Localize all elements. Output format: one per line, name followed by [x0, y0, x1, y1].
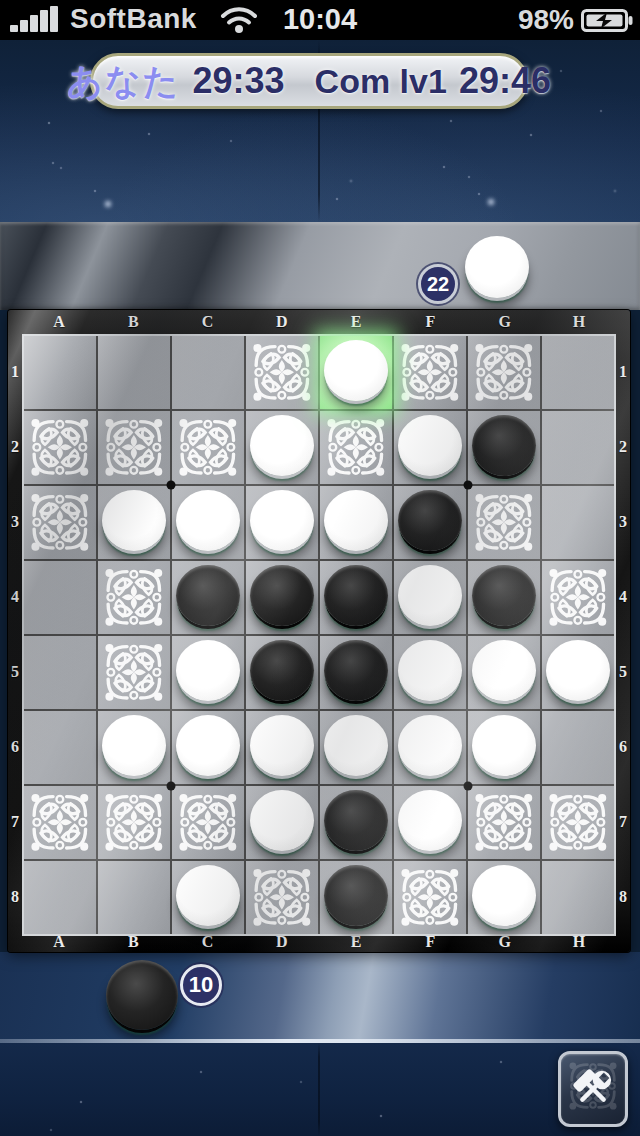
white-disc [324, 490, 388, 551]
board-cell-g2[interactable] [468, 411, 540, 484]
board-cell-h3[interactable] [542, 486, 614, 559]
white-disc [398, 640, 462, 701]
board-cell-a4[interactable] [24, 561, 96, 634]
board-cell-a5[interactable] [24, 636, 96, 709]
board-cell-a7[interactable] [24, 786, 96, 859]
board-cell-f4[interactable] [394, 561, 466, 634]
white-disc [324, 715, 388, 776]
row-label-2: 2 [616, 409, 630, 484]
board-cell-h5[interactable] [542, 636, 614, 709]
board-cell-b8[interactable] [98, 861, 170, 934]
board-cell-b6[interactable] [98, 711, 170, 784]
board-cell-f1[interactable] [394, 336, 466, 409]
board-cell-f7[interactable] [394, 786, 466, 859]
board-cell-c6[interactable] [172, 711, 244, 784]
legal-move-ornament [26, 413, 94, 482]
table-edge-top: 22 [0, 222, 640, 310]
legal-move-ornament [470, 338, 538, 407]
white-disc [176, 490, 240, 551]
white-disc [398, 790, 462, 851]
board-cell-d6[interactable] [246, 711, 318, 784]
board-cell-a8[interactable] [24, 861, 96, 934]
legal-move-ornament [248, 338, 316, 407]
opponent-clock: 29:46 [459, 60, 551, 102]
board-cell-d1[interactable] [246, 336, 318, 409]
white-disc [398, 415, 462, 476]
row-labels-right: 12345678 [616, 334, 630, 934]
row-label-2: 2 [8, 409, 22, 484]
legal-move-ornament [26, 788, 94, 857]
row-labels-left: 12345678 [8, 334, 22, 934]
white-disc [102, 490, 166, 551]
legal-move-ornament [396, 338, 464, 407]
othello-board: ABCDEFGH ABCDEFGH 12345678 12345678 [8, 310, 630, 952]
row-label-3: 3 [8, 484, 22, 559]
column-label-g: G [468, 311, 542, 333]
white-disc [546, 640, 610, 701]
board-cell-e1[interactable] [320, 336, 392, 409]
board-cell-a6[interactable] [24, 711, 96, 784]
board-cell-g8[interactable] [468, 861, 540, 934]
board-cell-h6[interactable] [542, 711, 614, 784]
row-label-5: 5 [616, 634, 630, 709]
black-disc [472, 415, 536, 476]
white-disc [398, 715, 462, 776]
legal-move-ornament [470, 488, 538, 557]
legal-move-ornament [26, 488, 94, 557]
board-cell-e4[interactable] [320, 561, 392, 634]
board-cell-h8[interactable] [542, 861, 614, 934]
column-label-b: B [96, 311, 170, 333]
legal-move-ornament [174, 413, 242, 482]
white-disc [398, 565, 462, 626]
board-cell-f3[interactable] [394, 486, 466, 559]
column-label-a: A [22, 311, 96, 333]
black-disc [472, 565, 536, 626]
board-cell-c7[interactable] [172, 786, 244, 859]
board-cell-e8[interactable] [320, 861, 392, 934]
stars [0, 40, 2, 42]
row-label-1: 1 [616, 334, 630, 409]
player-label: あなた [67, 58, 180, 105]
board-cell-d8[interactable] [246, 861, 318, 934]
board-cell-g1[interactable] [468, 336, 540, 409]
stars [0, 1043, 2, 1045]
board-cell-e5[interactable] [320, 636, 392, 709]
white-disc [472, 865, 536, 926]
board-cell-d5[interactable] [246, 636, 318, 709]
board-cell-a1[interactable] [24, 336, 96, 409]
star-point-dot [166, 781, 175, 790]
black-score-badge: 10 [180, 964, 222, 1006]
white-disc [250, 715, 314, 776]
settings-button[interactable] [558, 1051, 628, 1127]
column-label-d: D [245, 311, 319, 333]
row-label-8: 8 [616, 859, 630, 934]
row-label-6: 6 [616, 709, 630, 784]
black-disc [324, 640, 388, 701]
battery-percent-label: 98% [518, 4, 574, 36]
white-disc [250, 415, 314, 476]
board-cell-d7[interactable] [246, 786, 318, 859]
row-label-6: 6 [8, 709, 22, 784]
black-score-disc [106, 960, 178, 1030]
star-point-dot [166, 480, 175, 489]
hammer-wrench-icon [570, 1066, 616, 1112]
board-cell-f2[interactable] [394, 411, 466, 484]
black-disc [398, 490, 462, 551]
row-label-7: 7 [616, 784, 630, 859]
white-disc [176, 640, 240, 701]
board-cell-f6[interactable] [394, 711, 466, 784]
white-disc [176, 865, 240, 926]
legal-move-ornament [174, 788, 242, 857]
column-labels-top: ABCDEFGH [22, 311, 616, 333]
board-cell-h1[interactable] [542, 336, 614, 409]
table-edge-bottom: 10 [0, 952, 640, 1043]
board-cell-c1[interactable] [172, 336, 244, 409]
row-label-8: 8 [8, 859, 22, 934]
row-label-4: 4 [616, 559, 630, 634]
legal-move-ornament [100, 638, 168, 707]
board-cell-b5[interactable] [98, 636, 170, 709]
star-point-dot [463, 781, 472, 790]
black-disc [250, 565, 314, 626]
column-label-h: H [542, 311, 616, 333]
legal-move-ornament [100, 563, 168, 632]
black-disc [324, 790, 388, 851]
board-cell-a3[interactable] [24, 486, 96, 559]
legal-move-ornament [100, 413, 168, 482]
board-cell-b7[interactable] [98, 786, 170, 859]
row-label-1: 1 [8, 334, 22, 409]
row-label-5: 5 [8, 634, 22, 709]
board-cell-c8[interactable] [172, 861, 244, 934]
white-disc [324, 340, 388, 401]
board-cell-g3[interactable] [468, 486, 540, 559]
legal-move-ornament [100, 788, 168, 857]
black-disc [324, 865, 388, 926]
opponent-label: Com lv1 [315, 62, 447, 101]
black-disc [250, 640, 314, 701]
background-seam-line [318, 1043, 320, 1136]
board-cell-h7[interactable] [542, 786, 614, 859]
black-disc [324, 565, 388, 626]
legal-move-ornament [544, 563, 612, 632]
board-cell-h2[interactable] [542, 411, 614, 484]
board-cell-b1[interactable] [98, 336, 170, 409]
column-label-e: E [319, 311, 393, 333]
board-cell-e3[interactable] [320, 486, 392, 559]
row-label-4: 4 [8, 559, 22, 634]
starfield-background-bottom [0, 1043, 640, 1136]
board-cell-e6[interactable] [320, 711, 392, 784]
board-cell-d3[interactable] [246, 486, 318, 559]
legal-move-ornament [248, 863, 316, 932]
legal-move-ornament [396, 863, 464, 932]
board-cell-c5[interactable] [172, 636, 244, 709]
board-cell-g7[interactable] [468, 786, 540, 859]
row-label-7: 7 [8, 784, 22, 859]
white-disc [102, 715, 166, 776]
board-cell-a2[interactable] [24, 411, 96, 484]
board-cell-b3[interactable] [98, 486, 170, 559]
board-cell-e2[interactable] [320, 411, 392, 484]
game-timer-bar: あなた 29:33 Com lv1 29:46 [90, 53, 528, 109]
board-cell-g5[interactable] [468, 636, 540, 709]
board-cell-b2[interactable] [98, 411, 170, 484]
board-cell-c2[interactable] [172, 411, 244, 484]
star-point-dot [463, 480, 472, 489]
white-disc [250, 790, 314, 851]
black-disc [176, 565, 240, 626]
board-cell-d4[interactable] [246, 561, 318, 634]
white-score-disc [465, 236, 529, 298]
white-disc [472, 715, 536, 776]
board-cell-g6[interactable] [468, 711, 540, 784]
status-bar: SoftBank 10:04 98% [0, 0, 640, 40]
row-label-3: 3 [616, 484, 630, 559]
player-clock: 29:33 [193, 60, 285, 102]
battery-charging-icon [581, 9, 633, 36]
board-cell-f5[interactable] [394, 636, 466, 709]
board-cell-c4[interactable] [172, 561, 244, 634]
white-disc [176, 715, 240, 776]
board-cell-c3[interactable] [172, 486, 244, 559]
board-cell-e7[interactable] [320, 786, 392, 859]
white-disc [250, 490, 314, 551]
board-grid [22, 334, 616, 936]
board-cell-b4[interactable] [98, 561, 170, 634]
white-disc [472, 640, 536, 701]
legal-move-ornament [470, 788, 538, 857]
legal-move-ornament [322, 413, 390, 482]
column-label-f: F [393, 311, 467, 333]
board-cell-d2[interactable] [246, 411, 318, 484]
white-score-badge: 22 [418, 264, 458, 304]
legal-move-ornament [544, 788, 612, 857]
column-label-c: C [171, 311, 245, 333]
board-cell-g4[interactable] [468, 561, 540, 634]
board-cell-h4[interactable] [542, 561, 614, 634]
board-cell-f8[interactable] [394, 861, 466, 934]
othello-app-screen: SoftBank 10:04 98% あなた [0, 0, 640, 1136]
